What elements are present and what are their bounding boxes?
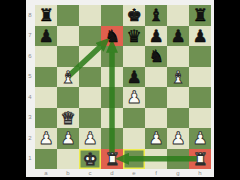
rank-label-1: 1 (26, 155, 34, 162)
square-a3[interactable] (35, 108, 57, 129)
square-c4[interactable] (79, 87, 101, 108)
square-a7[interactable]: ♟ (35, 26, 57, 47)
square-d2[interactable] (101, 128, 123, 149)
square-e2[interactable] (123, 128, 145, 149)
file-label-d: d (101, 170, 123, 177)
square-g4[interactable] (167, 87, 189, 108)
rank-label-3: 3 (26, 114, 34, 121)
square-g2[interactable]: ♟ (167, 128, 189, 149)
square-c6[interactable] (79, 46, 101, 67)
square-e7[interactable]: ♛ (123, 26, 145, 47)
file-label-b: b (57, 170, 79, 177)
white-pawn[interactable]: ♟ (167, 128, 189, 149)
square-h4[interactable] (189, 87, 211, 108)
square-e4[interactable]: ♟ (123, 87, 145, 108)
black-knight[interactable]: ♞ (101, 26, 123, 47)
black-bishop[interactable]: ♝ (145, 5, 167, 26)
square-f6[interactable]: ♞ (145, 46, 167, 67)
chess-board[interactable]: ♜♚♝♜♟♞♛♟♟♟♞♝♟♝♟♛♟♟♟♟♟♟♚♜♜ (35, 5, 211, 169)
rank-label-6: 6 (26, 53, 34, 60)
black-rook[interactable]: ♜ (35, 5, 57, 26)
square-e3[interactable] (123, 108, 145, 129)
square-a4[interactable] (35, 87, 57, 108)
square-e6[interactable] (123, 46, 145, 67)
rank-label-2: 2 (26, 135, 34, 142)
square-h1[interactable]: ♜ (189, 149, 211, 170)
square-e5[interactable]: ♟ (123, 67, 145, 88)
square-f5[interactable] (145, 67, 167, 88)
square-b7[interactable] (57, 26, 79, 47)
square-g3[interactable] (167, 108, 189, 129)
file-label-g: g (167, 170, 189, 177)
square-b4[interactable] (57, 87, 79, 108)
square-d3[interactable] (101, 108, 123, 129)
black-pawn[interactable]: ♟ (123, 67, 145, 88)
white-pawn[interactable]: ♟ (145, 128, 167, 149)
black-rook[interactable]: ♜ (189, 5, 211, 26)
black-knight[interactable]: ♞ (145, 46, 167, 67)
white-queen[interactable]: ♛ (57, 108, 79, 129)
square-d8[interactable] (101, 5, 123, 26)
square-c1[interactable]: ♚ (79, 149, 101, 170)
square-c8[interactable] (79, 5, 101, 26)
rank-label-7: 7 (26, 32, 34, 39)
square-b5[interactable]: ♝ (57, 67, 79, 88)
white-pawn[interactable]: ♟ (189, 128, 211, 149)
square-a5[interactable] (35, 67, 57, 88)
square-f2[interactable]: ♟ (145, 128, 167, 149)
square-b8[interactable] (57, 5, 79, 26)
square-h6[interactable] (189, 46, 211, 67)
square-d6[interactable] (101, 46, 123, 67)
black-king[interactable]: ♚ (123, 5, 145, 26)
white-pawn[interactable]: ♟ (123, 87, 145, 108)
square-h2[interactable]: ♟ (189, 128, 211, 149)
square-f3[interactable] (145, 108, 167, 129)
square-a1[interactable] (35, 149, 57, 170)
black-pawn[interactable]: ♟ (167, 26, 189, 47)
file-label-e: e (123, 170, 145, 177)
square-a8[interactable]: ♜ (35, 5, 57, 26)
square-c5[interactable] (79, 67, 101, 88)
white-pawn[interactable]: ♟ (79, 128, 101, 149)
square-d4[interactable] (101, 87, 123, 108)
square-h7[interactable]: ♟ (189, 26, 211, 47)
rank-label-4: 4 (26, 94, 34, 101)
square-c7[interactable] (79, 26, 101, 47)
square-f8[interactable]: ♝ (145, 5, 167, 26)
file-label-c: c (79, 170, 101, 177)
video-frame: ♜♚♝♜♟♞♛♟♟♟♞♝♟♝♟♛♟♟♟♟♟♟♚♜♜ 87654321abcdef… (0, 0, 240, 180)
square-g7[interactable]: ♟ (167, 26, 189, 47)
square-h8[interactable]: ♜ (189, 5, 211, 26)
square-b3[interactable]: ♛ (57, 108, 79, 129)
white-pawn[interactable]: ♟ (35, 128, 57, 149)
square-b2[interactable]: ♟ (57, 128, 79, 149)
white-bishop[interactable]: ♝ (167, 67, 189, 88)
square-b6[interactable] (57, 46, 79, 67)
file-label-h: h (189, 170, 211, 177)
letterbox-right (214, 0, 240, 180)
square-g5[interactable]: ♝ (167, 67, 189, 88)
file-label-a: a (35, 170, 57, 177)
black-pawn[interactable]: ♟ (145, 26, 167, 47)
white-rook[interactable]: ♜ (101, 149, 123, 170)
square-c2[interactable]: ♟ (79, 128, 101, 149)
rank-label-8: 8 (26, 12, 34, 19)
letterbox-left (0, 0, 26, 180)
square-f1[interactable] (145, 149, 167, 170)
black-queen[interactable]: ♛ (123, 26, 145, 47)
square-a6[interactable] (35, 46, 57, 67)
white-bishop[interactable]: ♝ (57, 67, 79, 88)
square-f4[interactable] (145, 87, 167, 108)
square-g8[interactable] (167, 5, 189, 26)
square-b1[interactable] (57, 149, 79, 170)
file-label-f: f (145, 170, 167, 177)
square-a2[interactable]: ♟ (35, 128, 57, 149)
square-c3[interactable] (79, 108, 101, 129)
square-d7[interactable]: ♞ (101, 26, 123, 47)
black-pawn[interactable]: ♟ (189, 26, 211, 47)
square-h5[interactable] (189, 67, 211, 88)
white-pawn[interactable]: ♟ (57, 128, 79, 149)
square-d1[interactable]: ♜ (101, 149, 123, 170)
square-d5[interactable] (101, 67, 123, 88)
white-rook[interactable]: ♜ (189, 149, 211, 170)
square-f7[interactable]: ♟ (145, 26, 167, 47)
rank-label-5: 5 (26, 73, 34, 80)
black-pawn[interactable]: ♟ (35, 26, 57, 47)
square-g1[interactable] (167, 149, 189, 170)
square-e8[interactable]: ♚ (123, 5, 145, 26)
chess-app-background: ♜♚♝♜♟♞♛♟♟♟♞♝♟♝♟♛♟♟♟♟♟♟♚♜♜ 87654321abcdef… (26, 0, 214, 177)
square-g6[interactable] (167, 46, 189, 67)
square-e1[interactable] (123, 149, 145, 170)
white-king[interactable]: ♚ (79, 149, 101, 170)
square-h3[interactable] (189, 108, 211, 129)
